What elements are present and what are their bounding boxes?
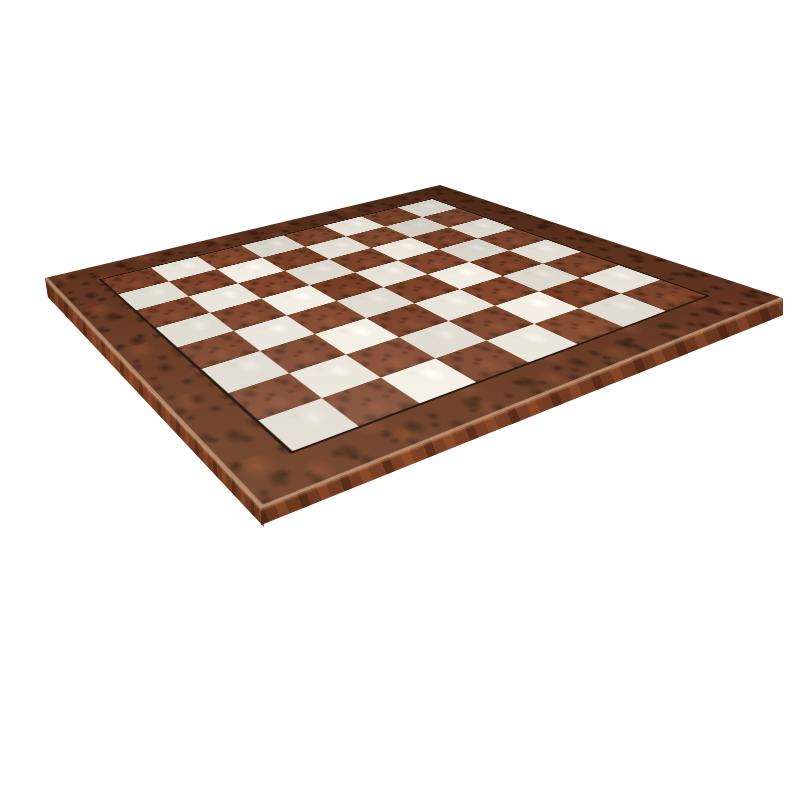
photo-background [0,0,800,800]
chessboard [0,0,800,800]
